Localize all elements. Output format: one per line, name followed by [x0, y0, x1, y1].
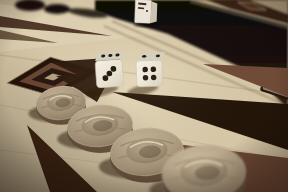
corner-shade — [0, 0, 288, 192]
backgammon-photo — [0, 0, 288, 192]
